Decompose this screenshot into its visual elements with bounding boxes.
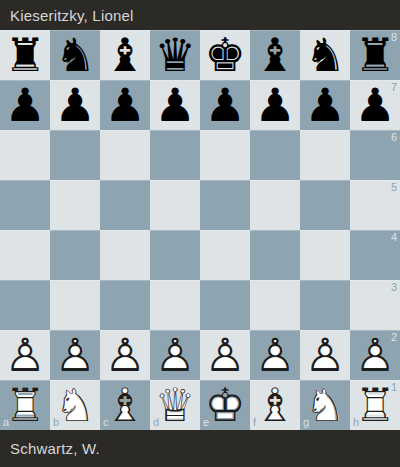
square-g8[interactable]: ♞	[300, 30, 350, 80]
square-c6[interactable]	[100, 130, 150, 180]
square-c2[interactable]: ♟♙	[100, 330, 150, 380]
square-b2[interactable]: ♟♙	[50, 330, 100, 380]
square-e3[interactable]	[200, 280, 250, 330]
square-b4[interactable]	[50, 230, 100, 280]
piece-glyph: ♞	[300, 30, 350, 80]
square-d6[interactable]	[150, 130, 200, 180]
square-b7[interactable]: ♟	[50, 80, 100, 130]
square-c3[interactable]	[100, 280, 150, 330]
square-a2[interactable]: ♟♙	[0, 330, 50, 380]
square-g4[interactable]	[300, 230, 350, 280]
rank-label-7: 7	[391, 82, 397, 93]
file-label-g: g	[303, 417, 309, 428]
square-a7[interactable]: ♟	[0, 80, 50, 130]
square-g1[interactable]: ♞♘g	[300, 380, 350, 430]
white-pawn-piece[interactable]: ♟♙	[150, 330, 200, 380]
square-f7[interactable]: ♟	[250, 80, 300, 130]
piece-outline-glyph: ♙	[50, 330, 100, 380]
piece-glyph: ♚	[200, 30, 250, 80]
square-a4[interactable]	[0, 230, 50, 280]
piece-glyph: ♜	[0, 30, 50, 80]
square-h1[interactable]: ♜♖1h	[350, 380, 400, 430]
piece-outline-glyph: ♙	[250, 330, 300, 380]
piece-glyph: ♝	[250, 30, 300, 80]
square-f3[interactable]	[250, 280, 300, 330]
square-g3[interactable]	[300, 280, 350, 330]
square-h4[interactable]: 4	[350, 230, 400, 280]
player-name-bottom: Schwartz, W.	[10, 440, 100, 457]
square-c8[interactable]: ♝	[100, 30, 150, 80]
black-knight-piece[interactable]: ♞	[50, 30, 100, 80]
black-knight-piece[interactable]: ♞	[300, 30, 350, 80]
piece-glyph: ♟	[300, 80, 350, 130]
square-a6[interactable]	[0, 130, 50, 180]
file-label-e: e	[203, 417, 209, 428]
square-g6[interactable]	[300, 130, 350, 180]
piece-outline-glyph: ♙	[150, 330, 200, 380]
black-pawn-piece[interactable]: ♟	[100, 80, 150, 130]
square-h6[interactable]: 6	[350, 130, 400, 180]
black-queen-piece[interactable]: ♛	[150, 30, 200, 80]
piece-outline-glyph: ♙	[100, 330, 150, 380]
black-pawn-piece[interactable]: ♟	[50, 80, 100, 130]
piece-glyph: ♟	[100, 80, 150, 130]
square-f6[interactable]	[250, 130, 300, 180]
square-b5[interactable]	[50, 180, 100, 230]
square-a5[interactable]	[0, 180, 50, 230]
square-c4[interactable]	[100, 230, 150, 280]
square-g7[interactable]: ♟	[300, 80, 350, 130]
white-pawn-piece[interactable]: ♟♙	[200, 330, 250, 380]
file-label-h: h	[353, 417, 359, 428]
piece-glyph: ♞	[50, 30, 100, 80]
square-e4[interactable]	[200, 230, 250, 280]
square-a8[interactable]: ♜	[0, 30, 50, 80]
square-h2[interactable]: ♟♙2	[350, 330, 400, 380]
white-pawn-piece[interactable]: ♟♙	[50, 330, 100, 380]
square-e7[interactable]: ♟	[200, 80, 250, 130]
square-d3[interactable]	[150, 280, 200, 330]
white-pawn-piece[interactable]: ♟♙	[100, 330, 150, 380]
square-c1[interactable]: ♝♗c	[100, 380, 150, 430]
white-pawn-piece[interactable]: ♟♙	[250, 330, 300, 380]
piece-glyph: ♟	[150, 80, 200, 130]
rank-label-6: 6	[391, 132, 397, 143]
piece-glyph: ♟	[200, 80, 250, 130]
square-h8[interactable]: ♜8	[350, 30, 400, 80]
square-b8[interactable]: ♞	[50, 30, 100, 80]
square-b6[interactable]	[50, 130, 100, 180]
black-pawn-piece[interactable]: ♟	[200, 80, 250, 130]
white-pawn-piece[interactable]: ♟♙	[300, 330, 350, 380]
square-e5[interactable]	[200, 180, 250, 230]
square-d2[interactable]: ♟♙	[150, 330, 200, 380]
piece-glyph: ♛	[150, 30, 200, 80]
black-pawn-piece[interactable]: ♟	[250, 80, 300, 130]
square-d4[interactable]	[150, 230, 200, 280]
square-f5[interactable]	[250, 180, 300, 230]
square-f8[interactable]: ♝	[250, 30, 300, 80]
square-b3[interactable]	[50, 280, 100, 330]
top-player-bar: Kieseritzky, Lionel	[0, 0, 400, 30]
rank-label-4: 4	[391, 232, 397, 243]
square-g5[interactable]	[300, 180, 350, 230]
piece-outline-glyph: ♙	[300, 330, 350, 380]
file-label-d: d	[153, 417, 159, 428]
square-h5[interactable]: 5	[350, 180, 400, 230]
file-label-f: f	[253, 417, 256, 428]
white-pawn-piece[interactable]: ♟♙	[0, 330, 50, 380]
square-f1[interactable]: ♝♗f	[250, 380, 300, 430]
square-c5[interactable]	[100, 180, 150, 230]
file-label-b: b	[53, 417, 59, 428]
white-bishop-piece[interactable]: ♝♗	[250, 380, 300, 430]
file-label-c: c	[103, 417, 109, 428]
rank-label-1: 1	[391, 382, 397, 393]
black-king-piece[interactable]: ♚	[200, 30, 250, 80]
square-d7[interactable]: ♟	[150, 80, 200, 130]
chess-board[interactable]: ♜♞♝♛♚♝♞♜8♟♟♟♟♟♟♟♟76543♟♙♟♙♟♙♟♙♟♙♟♙♟♙♟♙2♜…	[0, 30, 400, 430]
black-pawn-piece[interactable]: ♟	[300, 80, 350, 130]
square-d1[interactable]: ♛♕d	[150, 380, 200, 430]
square-b1[interactable]: ♞♘b	[50, 380, 100, 430]
square-d8[interactable]: ♛	[150, 30, 200, 80]
square-c7[interactable]: ♟	[100, 80, 150, 130]
square-f2[interactable]: ♟♙	[250, 330, 300, 380]
square-d5[interactable]	[150, 180, 200, 230]
piece-glyph: ♟	[50, 80, 100, 130]
square-a3[interactable]	[0, 280, 50, 330]
square-h7[interactable]: ♟7	[350, 80, 400, 130]
square-a1[interactable]: ♜♖a	[0, 380, 50, 430]
piece-outline-glyph: ♙	[0, 330, 50, 380]
chess-game-screen: Kieseritzky, Lionel ♜♞♝♛♚♝♞♜8♟♟♟♟♟♟♟♟765…	[0, 0, 400, 467]
piece-glyph: ♟	[0, 80, 50, 130]
square-g2[interactable]: ♟♙	[300, 330, 350, 380]
square-e1[interactable]: ♚♔e	[200, 380, 250, 430]
black-pawn-piece[interactable]: ♟	[150, 80, 200, 130]
square-e6[interactable]	[200, 130, 250, 180]
square-h3[interactable]: 3	[350, 280, 400, 330]
black-bishop-piece[interactable]: ♝	[250, 30, 300, 80]
piece-outline-glyph: ♗	[250, 380, 300, 430]
piece-glyph: ♟	[250, 80, 300, 130]
square-e2[interactable]: ♟♙	[200, 330, 250, 380]
black-rook-piece[interactable]: ♜	[0, 30, 50, 80]
file-label-a: a	[3, 417, 9, 428]
square-e8[interactable]: ♚	[200, 30, 250, 80]
black-pawn-piece[interactable]: ♟	[0, 80, 50, 130]
rank-label-5: 5	[391, 182, 397, 193]
piece-outline-glyph: ♙	[200, 330, 250, 380]
bottom-player-bar: Schwartz, W.	[0, 430, 400, 467]
rank-label-2: 2	[391, 332, 397, 343]
black-bishop-piece[interactable]: ♝	[100, 30, 150, 80]
rank-label-3: 3	[391, 282, 397, 293]
square-f4[interactable]	[250, 230, 300, 280]
piece-glyph: ♝	[100, 30, 150, 80]
player-name-top: Kieseritzky, Lionel	[10, 7, 134, 24]
rank-label-8: 8	[391, 32, 397, 43]
